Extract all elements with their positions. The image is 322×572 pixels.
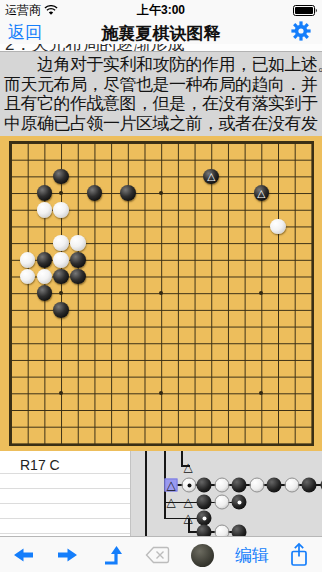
article-line: 边角对于实利和攻防的作用，已如上述。 [4, 55, 318, 75]
article-heading-clipped: 2．天元布局的逐渐形成 [0, 44, 322, 51]
white-stone-D15 [53, 202, 69, 218]
move-list-row[interactable]: R17 C [0, 451, 130, 474]
status-bar: 运营商 上午3:00 [0, 0, 322, 20]
tree-black-move-node[interactable] [232, 478, 247, 493]
move-list[interactable]: R17 C [0, 451, 130, 536]
black-stone-D17 [53, 169, 69, 185]
tree-triangle-node[interactable]: △ [183, 496, 192, 508]
article-text: 边角对于实利和攻防的作用，已如上述。 而天元布局，尽管也是一种布局的趋向．并 且… [0, 51, 322, 136]
black-stone-Q16: △ [254, 185, 270, 201]
game-tree[interactable]: △△△△△ [130, 451, 322, 536]
page-title: 施襄夏棋诀图释 [60, 22, 262, 45]
white-stone-E13 [70, 235, 86, 251]
turn-indicator-black-stone[interactable] [189, 537, 215, 572]
stone-grid: △△ [3, 135, 320, 452]
white-stone-B12 [20, 252, 36, 268]
tree-black-move-node[interactable] [267, 478, 282, 493]
white-stone-D13 [53, 235, 69, 251]
nav-bar: 返回 施襄夏棋诀图释 [0, 20, 322, 44]
arrow-left-icon[interactable] [10, 537, 36, 572]
black-stone-C10 [37, 285, 53, 301]
black-stone-C12 [37, 252, 53, 268]
black-stone-D9 [53, 302, 69, 318]
star-point [159, 191, 163, 195]
app-screen: 运营商 上午3:00 返回 施襄夏棋诀图释 [0, 0, 322, 572]
tree-white-move-node[interactable] [182, 478, 197, 493]
move-list-row[interactable] [0, 489, 130, 504]
share-icon[interactable] [287, 537, 311, 572]
tree-triangle-node[interactable]: △ [166, 479, 175, 491]
star-point [259, 291, 263, 295]
tree-black-move-node[interactable] [197, 478, 212, 493]
tree-triangle-node[interactable]: △ [183, 461, 192, 473]
move-list-row[interactable] [0, 519, 130, 534]
white-stone-B11 [20, 269, 36, 285]
white-stone-C15 [37, 202, 53, 218]
black-stone-H16 [120, 185, 136, 201]
black-stone-N17: △ [203, 169, 219, 185]
backspace-icon[interactable] [143, 537, 171, 572]
black-stone-C16 [37, 185, 53, 201]
star-point [59, 391, 63, 395]
gear-icon[interactable] [290, 20, 312, 42]
tree-black-move-node[interactable] [232, 525, 247, 537]
tree-black-move-node[interactable] [197, 495, 212, 510]
bottom-panels: R17 C △△△△△ [0, 451, 322, 536]
star-point [159, 391, 163, 395]
branch-up-arrow-icon[interactable] [100, 537, 126, 572]
triangle-mark: △ [257, 188, 265, 198]
edit-button[interactable]: 编辑 [234, 537, 270, 572]
article-line: 中原确已占领一片区域之前，或者在没有发 [4, 114, 318, 134]
battery-icon [293, 5, 318, 16]
article-line: 且有它的作战意图，但是，在没有落实到于 [4, 94, 318, 114]
comment-dot [237, 500, 241, 504]
star-point [259, 391, 263, 395]
tree-white-move-node[interactable] [214, 495, 229, 510]
tree-triangle-node[interactable]: △ [166, 496, 175, 508]
black-stone-E12 [70, 252, 86, 268]
tree-connector [181, 451, 183, 466]
black-stone-D11 [53, 269, 69, 285]
star-point [59, 291, 63, 295]
star-point [159, 291, 163, 295]
tree-white-move-node[interactable] [284, 478, 299, 493]
toolbar: 编辑 [0, 536, 322, 572]
white-stone-R14 [270, 219, 286, 235]
arrow-right-icon[interactable] [55, 537, 81, 572]
black-stone-F16 [87, 185, 103, 201]
move-list-row[interactable] [0, 474, 130, 489]
tree-connector [145, 451, 147, 536]
article-line: 而天元布局，尽管也是一种布局的趋向．并 [4, 75, 318, 95]
tree-white-move-node[interactable] [249, 478, 264, 493]
tree-black-move-node[interactable] [232, 495, 247, 510]
tree-white-move-node[interactable] [214, 478, 229, 493]
go-board[interactable]: △△ [0, 136, 322, 451]
black-stone-E11 [70, 269, 86, 285]
star-point [59, 191, 63, 195]
clock: 上午3:00 [0, 2, 322, 19]
tree-black-move-node[interactable] [197, 525, 212, 537]
triangle-mark: △ [207, 171, 215, 181]
back-button[interactable]: 返回 [8, 21, 42, 44]
tree-black-move-node[interactable] [197, 511, 212, 526]
comment-dot [202, 516, 206, 520]
tree-black-move-node[interactable] [302, 478, 317, 493]
white-stone-C11 [37, 269, 53, 285]
move-list-row[interactable] [0, 504, 130, 519]
tree-white-move-node[interactable] [214, 525, 229, 537]
comment-dot [187, 483, 191, 487]
white-stone-D12 [53, 252, 69, 268]
tree-triangle-node[interactable]: △ [183, 512, 192, 524]
